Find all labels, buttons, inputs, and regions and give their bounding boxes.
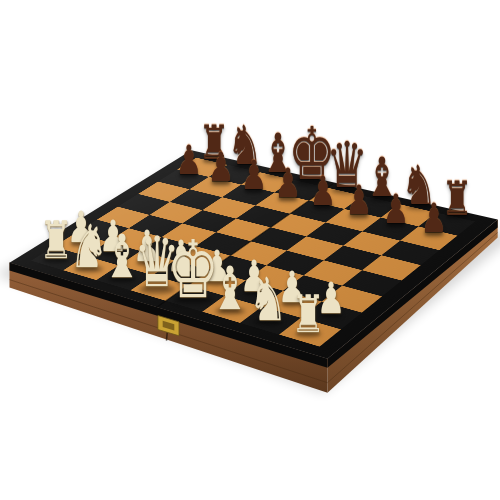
chess-set-photo: ♜♞♝♚♛♝♞♜♟♟♟♟♟♟♟♟♟♟♟♟♟♟♟♟♜♞♝♛♚♝♞♜ [0,0,500,500]
